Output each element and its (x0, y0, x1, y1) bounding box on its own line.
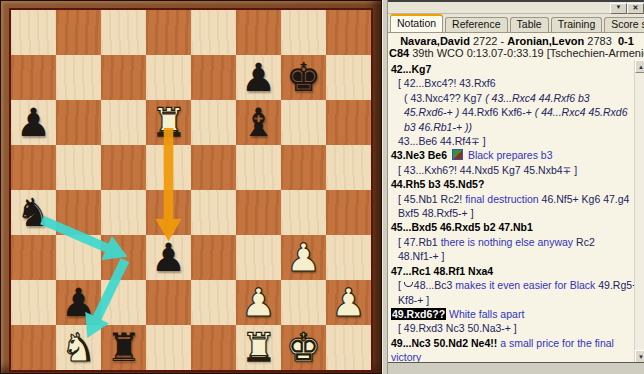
square-b7[interactable] (56, 55, 101, 100)
square-a5[interactable] (11, 145, 56, 190)
move-text[interactable]: [ 45.Nb1 Rc2! (398, 193, 465, 205)
square-g6[interactable] (281, 100, 326, 145)
piece-white-pawn-f2[interactable]: ♟ (236, 280, 281, 325)
move-text[interactable]: [ 42...Bxc4?! 43.Rxf6 (398, 77, 495, 89)
square-g4[interactable] (281, 190, 326, 235)
piece-white-pawn-h2[interactable]: ♟ (326, 280, 371, 325)
square-c8[interactable] (101, 10, 146, 55)
move-text[interactable]: [ (398, 279, 404, 291)
piece-white-knight-b1[interactable]: ♞ (56, 325, 101, 370)
move-text[interactable]: 43.Ne3 Be6 (391, 149, 450, 161)
move-text[interactable]: [ 49.Rxd3 Nc3 50.Na3-+ ] (398, 322, 517, 334)
square-h6[interactable] (326, 100, 371, 145)
annotation-text: White falls apart (446, 308, 524, 320)
move-text[interactable]: 44.Rh5 b3 45.Nd5? (391, 178, 484, 190)
move-text[interactable]: Kf8-+ ] (398, 294, 429, 306)
move-text[interactable]: 44.Rxf6 Kxf6-+ (462, 106, 535, 118)
square-g3[interactable]: ♟ (281, 235, 326, 280)
square-e8[interactable] (191, 10, 236, 55)
move-text[interactable]: ( 43.Nxc4?? Kg7 (404, 92, 485, 104)
square-a8[interactable] (11, 10, 56, 55)
square-f4[interactable] (236, 190, 281, 235)
piece-black-knight-a4[interactable]: ♞ (11, 190, 56, 235)
notation-line: 49...Nc3 50.Nd2 Ne4!! a small price for … (391, 336, 633, 350)
annotation-text: final destruction (465, 193, 539, 205)
move-text[interactable]: 45...Bxd5 46.Rxd5 b2 47.Nb1 (391, 221, 533, 233)
square-b3[interactable] (56, 235, 101, 280)
notation-line: [ 47.Rb1 there is nothing else anyway Rc… (391, 235, 633, 249)
tab-training[interactable]: Training (551, 17, 603, 32)
annotation-text: makes it even easier for Black (455, 279, 595, 291)
square-e7[interactable] (191, 55, 236, 100)
notation-line: 45...Bxd5 46.Rxd5 b2 47.Nb1 (391, 220, 633, 234)
event-info: 39th WCO 0:13.07-0:33.19 [Tschechien-Arm… (412, 47, 644, 59)
square-g8[interactable] (281, 10, 326, 55)
square-b5[interactable] (56, 145, 101, 190)
square-b8[interactable] (56, 10, 101, 55)
square-d5[interactable] (146, 145, 191, 190)
notation-line: [ 45.Nb1 Rc2! final destruction 46.Nf5+ … (391, 192, 633, 206)
piece-white-king-g1[interactable]: ♚ (281, 325, 326, 370)
piece-black-pawn-d3[interactable]: ♟ (146, 235, 191, 280)
square-a7[interactable] (11, 55, 56, 100)
square-d4[interactable] (146, 190, 191, 235)
square-g5[interactable] (281, 145, 326, 190)
move-text[interactable]: 49...Nc3 50.Nd2 Ne4!! (391, 337, 500, 349)
notation-line: ( 43.Nxc4?? Kg7 ( 43...Rxc4 44.Rxf6 b3 (391, 91, 633, 105)
notation-line: 47...Rc1 48.Rf1 Nxa4 (391, 264, 633, 278)
square-f2[interactable]: ♟ (236, 280, 281, 325)
square-d7[interactable] (146, 55, 191, 100)
notation-line: 43.Ne3 Be6 Black prepares b3 (391, 148, 633, 162)
square-c5[interactable] (101, 145, 146, 190)
piece-black-bishop-f6[interactable]: ♝ (236, 100, 281, 145)
better-move-symbol (404, 282, 413, 287)
move-text[interactable]: Bxf5 48.Rxf5-+ ] (398, 207, 474, 219)
notation-line: 45.Rxd6-+ ) 44.Rxf6 Kxf6-+ ( 44...Rxc4 4… (391, 105, 633, 119)
square-d1[interactable] (146, 325, 191, 370)
move-text[interactable]: 45.Rxd6-+ ) (404, 106, 462, 118)
square-f3[interactable] (236, 235, 281, 280)
move-text[interactable]: 42...Kg7 (391, 63, 431, 75)
move-text[interactable]: 48...Bc3 (414, 279, 455, 291)
square-f8[interactable] (236, 10, 281, 55)
move-text[interactable]: 48.Nf1-+ ] (398, 250, 444, 262)
square-g7[interactable]: ♚ (281, 55, 326, 100)
notation-line: [ 43...Kxh6?! 44.Nxd5 Kg7 45.Nxb4∓ ] (391, 163, 633, 177)
piece-black-pawn-b2[interactable]: ♟ (56, 280, 101, 325)
white-player: Navara,David (400, 35, 470, 47)
move-text[interactable]: [ 47.Rb1 (398, 236, 441, 248)
move-text[interactable]: ( 43...Rxc4 44.Rxf6 b3 (485, 92, 589, 104)
move-text[interactable]: Rc2 (573, 236, 595, 248)
square-e6[interactable] (191, 100, 236, 145)
square-f1[interactable]: ♜ (236, 325, 281, 370)
square-e2[interactable] (191, 280, 236, 325)
piece-white-rook-f1[interactable]: ♜ (236, 325, 281, 370)
move-text[interactable]: 46.Nf5+ Kg6 47.g4 (539, 193, 630, 205)
notation-line: 43...Be6 44.Rf4∓ ] (391, 134, 633, 148)
square-b2[interactable]: ♟ (56, 280, 101, 325)
diagram-icon (452, 149, 463, 160)
square-b1[interactable]: ♞ (56, 325, 101, 370)
square-d3[interactable]: ♟ (146, 235, 191, 280)
piece-black-pawn-f7[interactable]: ♟ (236, 55, 281, 100)
black-elo: 2783 (587, 35, 611, 47)
piece-black-king-g7[interactable]: ♚ (281, 55, 326, 100)
panel-bottom-strip (388, 362, 644, 374)
tab-score-sheet[interactable]: Score sheet (604, 17, 644, 32)
notation-panel: ▼✕ NotationReferenceTableTrainingScore s… (387, 0, 644, 374)
square-a1[interactable] (11, 325, 56, 370)
pane-titlebar: ▼✕ (388, 0, 644, 14)
annotation-text: a small price for the final (500, 337, 614, 349)
square-e5[interactable] (191, 145, 236, 190)
square-e1[interactable] (191, 325, 236, 370)
notation-line: [ 42...Bxc4?! 43.Rxf6 (391, 76, 633, 90)
square-f7[interactable]: ♟ (236, 55, 281, 100)
square-b6[interactable] (56, 100, 101, 145)
square-a2[interactable] (11, 280, 56, 325)
square-g2[interactable] (281, 280, 326, 325)
square-h7[interactable] (326, 55, 371, 100)
piece-black-rook-c1[interactable]: ♜ (101, 325, 146, 370)
square-f5[interactable] (236, 145, 281, 190)
square-h1[interactable] (326, 325, 371, 370)
players-line: Navara,David 2722 - Aronian,Levon 2783 0… (388, 35, 644, 47)
current-move-highlight[interactable]: 49.Rxd6?? (391, 308, 446, 320)
square-c2[interactable] (101, 280, 146, 325)
chess-board-frame: ♟♚♟♜♝♞♟♟♟♟♟♞♜♜♚ (0, 0, 382, 374)
move-text[interactable]: 43...Be6 44.Rf4∓ ] (398, 135, 486, 147)
notation-tabs: NotationReferenceTableTrainingScore shee… (388, 14, 644, 33)
square-h5[interactable] (326, 145, 371, 190)
notation-line: [ 48...Bc3 makes it even easier for Blac… (391, 278, 633, 292)
square-h3[interactable] (326, 235, 371, 280)
piece-white-rook-d6[interactable]: ♜ (146, 100, 191, 145)
black-player: Aronian,Levon (507, 35, 584, 47)
game-result: 0-1 (618, 35, 634, 47)
square-h2[interactable]: ♟ (326, 280, 371, 325)
pane-close-button[interactable]: ✕ (627, 3, 644, 14)
square-c4[interactable] (101, 190, 146, 235)
move-text[interactable]: 49.Rg5+ (595, 279, 635, 291)
tab-table[interactable]: Table (510, 17, 549, 32)
piece-black-pawn-a6[interactable]: ♟ (11, 100, 56, 145)
notation-line: 48.Nf1-+ ] (391, 249, 633, 263)
tab-notation[interactable]: Notation (390, 14, 443, 32)
notation-scrollbar[interactable]: ▲ ▼ (634, 60, 644, 363)
event-line: C84 39th WCO 0:13.07-0:33.19 [Tschechien… (388, 47, 644, 59)
square-e3[interactable] (191, 235, 236, 280)
square-g1[interactable]: ♚ (281, 325, 326, 370)
square-a4[interactable]: ♞ (11, 190, 56, 235)
move-text[interactable]: 47...Rc1 48.Rf1 Nxa4 (391, 265, 493, 277)
square-d8[interactable] (146, 10, 191, 55)
chessbase-window: ♟♚♟♜♝♞♟♟♟♟♟♞♜♜♚ ▼✕ NotationReferenceTabl… (0, 0, 644, 374)
square-c1[interactable]: ♜ (101, 325, 146, 370)
square-c7[interactable] (101, 55, 146, 100)
annotation-text: there is nothing else anyway (441, 236, 574, 248)
scrollbar-up-arrow-icon[interactable]: ▲ (635, 60, 644, 73)
square-c6[interactable] (101, 100, 146, 145)
square-h4[interactable] (326, 190, 371, 235)
notation-line: Kf8-+ ] (391, 293, 633, 307)
square-f6[interactable]: ♝ (236, 100, 281, 145)
notation-text-area[interactable]: 42...Kg7[ 42...Bxc4?! 43.Rxf6( 43.Nxc4??… (388, 60, 635, 363)
square-d6[interactable]: ♜ (146, 100, 191, 145)
notation-line: Bxf5 48.Rxf5-+ ] (391, 206, 633, 220)
square-c3[interactable] (101, 235, 146, 280)
pane-menu-button[interactable]: ▼ (610, 3, 627, 14)
notation-line: [ 49.Rxd3 Nc3 50.Na3-+ ] (391, 321, 633, 335)
tab-reference[interactable]: Reference (445, 17, 507, 32)
notation-line: b3 46.Rb1-+ )) (391, 120, 633, 134)
move-text[interactable]: [ 43...Kxh6?! 44.Nxd5 Kg7 45.Nxb4∓ ] (398, 164, 577, 176)
square-b4[interactable] (56, 190, 101, 235)
eco-code: C84 (389, 47, 409, 59)
piece-white-pawn-g3[interactable]: ♟ (281, 235, 326, 280)
board-pane: ♟♚♟♜♝♞♟♟♟♟♟♞♜♜♚ (0, 0, 382, 374)
notation-line: 44.Rh5 b3 45.Nd5? (391, 177, 633, 191)
square-a6[interactable]: ♟ (11, 100, 56, 145)
square-a3[interactable] (11, 235, 56, 280)
annotation-text: Black prepares b3 (465, 149, 553, 161)
square-e4[interactable] (191, 190, 236, 235)
chess-board[interactable]: ♟♚♟♜♝♞♟♟♟♟♟♞♜♜♚ (11, 10, 371, 370)
move-text[interactable]: b3 46.Rb1-+ )) (404, 121, 472, 133)
white-elo: 2722 (473, 35, 497, 47)
notation-line: 42...Kg7 (391, 62, 633, 76)
square-d2[interactable] (146, 280, 191, 325)
move-text[interactable]: ( 44...Rxc4 45.Rxd6 (535, 106, 628, 118)
game-header: Navara,David 2722 - Aronian,Levon 2783 0… (388, 33, 644, 63)
square-h8[interactable] (326, 10, 371, 55)
players-separator: - (501, 35, 505, 47)
notation-line: 49.Rxd6?? White falls apart (391, 307, 633, 321)
